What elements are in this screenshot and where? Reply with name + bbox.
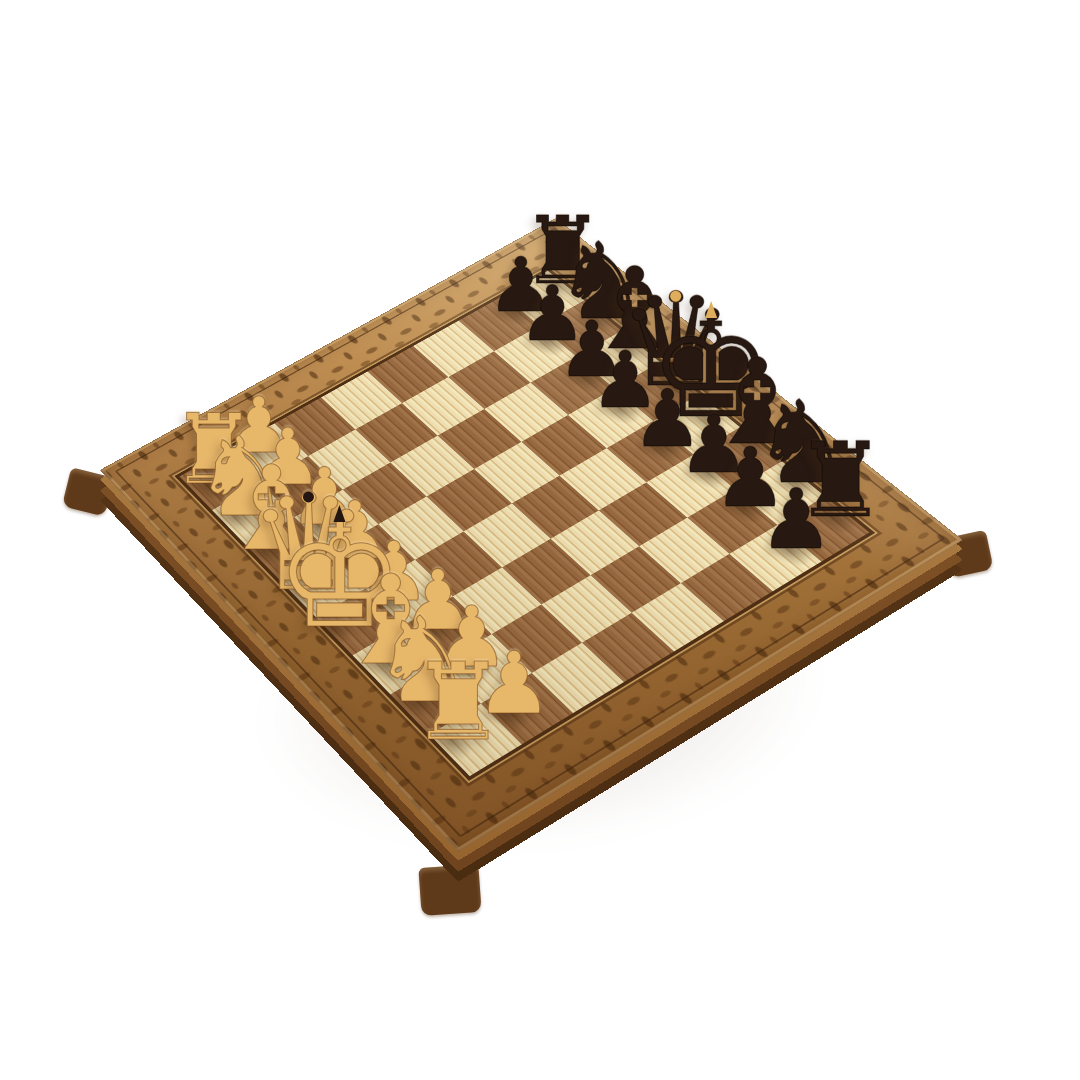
- pieces-layer: ♜♞♝♛♚♝♞♜♟♟♟♟♟♟♟♟♟♟♟♟♟♟♟♟♜♞♝♛♚♝♞♜: [0, 0, 1080, 1080]
- white-rook[interactable]: ♜: [410, 649, 506, 756]
- black-pawn[interactable]: ♟: [759, 478, 833, 561]
- photo-stage: ♜♞♝♛♚♝♞♜♟♟♟♟♟♟♟♟♟♟♟♟♟♟♟♟♜♞♝♛♚♝♞♜: [0, 0, 1080, 1080]
